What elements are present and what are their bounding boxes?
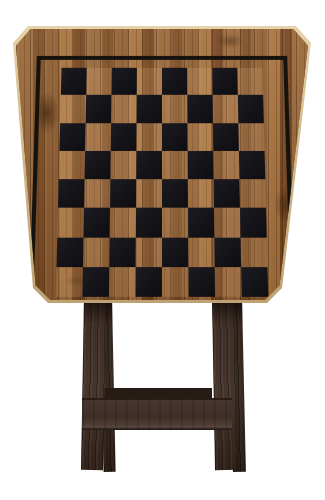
- square-a6: [59, 123, 85, 151]
- square-d7: [137, 95, 162, 123]
- square-g8: [212, 68, 238, 95]
- square-h4: [239, 179, 266, 208]
- square-b7: [86, 95, 112, 123]
- square-h2: [241, 237, 268, 267]
- square-b6: [85, 123, 111, 151]
- square-d3: [136, 208, 162, 237]
- square-f6: [187, 123, 213, 151]
- square-e5: [162, 151, 188, 179]
- square-g5: [213, 151, 239, 179]
- square-h1: [241, 267, 268, 297]
- square-a1: [56, 267, 83, 297]
- square-d6: [136, 123, 162, 151]
- square-c8: [111, 68, 136, 95]
- square-f4: [188, 179, 214, 208]
- square-b3: [83, 208, 110, 237]
- square-g7: [213, 95, 239, 123]
- square-h8: [237, 68, 263, 95]
- square-g6: [213, 123, 239, 151]
- square-b8: [86, 68, 112, 95]
- square-f1: [188, 267, 215, 297]
- square-a8: [61, 68, 87, 95]
- tabletop-wood-surface: [16, 29, 308, 300]
- square-h5: [239, 151, 265, 179]
- square-d1: [135, 267, 162, 297]
- front-left-leg: [81, 298, 106, 470]
- square-e2: [162, 237, 188, 267]
- square-f8: [187, 68, 212, 95]
- square-f5: [188, 151, 214, 179]
- square-a7: [60, 95, 86, 123]
- stretcher-bar: [82, 398, 232, 430]
- square-c1: [109, 267, 136, 297]
- square-h7: [238, 95, 264, 123]
- square-b4: [84, 179, 110, 208]
- square-b5: [85, 151, 111, 179]
- square-c2: [109, 237, 136, 267]
- chess-table-product-photo: [0, 0, 325, 500]
- square-a5: [59, 151, 85, 179]
- square-f3: [188, 208, 214, 237]
- square-d4: [136, 179, 162, 208]
- square-g1: [215, 267, 242, 297]
- square-h3: [240, 208, 267, 237]
- square-e4: [162, 179, 188, 208]
- square-h6: [238, 123, 264, 151]
- front-right-leg: [212, 298, 237, 470]
- square-a4: [58, 179, 85, 208]
- square-b1: [82, 267, 109, 297]
- square-c4: [110, 179, 136, 208]
- square-a3: [57, 208, 84, 237]
- square-b2: [83, 237, 110, 267]
- square-c3: [110, 208, 136, 237]
- square-e3: [162, 208, 188, 237]
- square-g3: [214, 208, 241, 237]
- square-f7: [187, 95, 213, 123]
- square-g4: [214, 179, 240, 208]
- square-g2: [214, 237, 241, 267]
- square-d2: [136, 237, 162, 267]
- square-d8: [137, 68, 162, 95]
- square-f2: [188, 237, 215, 267]
- square-e1: [162, 267, 189, 297]
- square-e8: [162, 68, 187, 95]
- square-d5: [136, 151, 162, 179]
- square-e7: [162, 95, 187, 123]
- square-c6: [111, 123, 137, 151]
- square-c5: [110, 151, 136, 179]
- square-a2: [57, 237, 84, 267]
- board-perspective-layer: [6, 29, 317, 312]
- tabletop: [13, 26, 311, 303]
- square-e6: [162, 123, 188, 151]
- square-c7: [111, 95, 137, 123]
- chessboard: [56, 68, 268, 297]
